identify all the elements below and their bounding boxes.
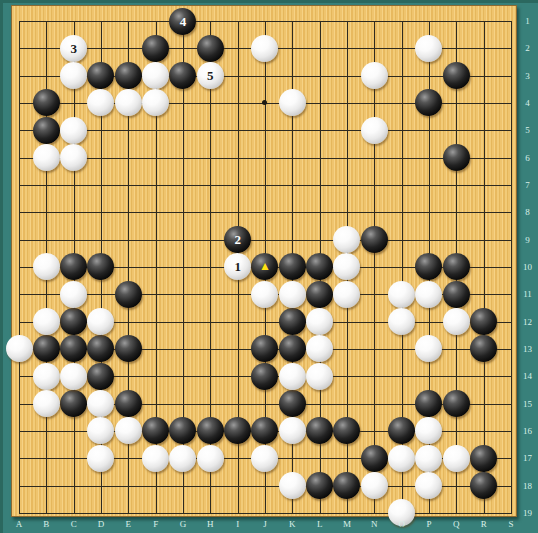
column-label-k: K (283, 519, 301, 529)
row-label-8: 8 (518, 207, 537, 217)
stone-black-e11[interactable] (115, 281, 142, 308)
stone-white-l14[interactable] (306, 363, 333, 390)
stone-white-c5[interactable] (60, 117, 87, 144)
column-label-s: S (502, 519, 520, 529)
stone-white-c14[interactable] (60, 363, 87, 390)
stone-black-b5[interactable] (33, 117, 60, 144)
column-label-o: O (393, 519, 411, 529)
stone-white-n5[interactable] (361, 117, 388, 144)
stone-black-q3[interactable] (443, 62, 470, 89)
grid-line-vertical (484, 21, 485, 514)
row-label-5: 5 (518, 125, 537, 135)
stone-black-r17[interactable] (470, 445, 497, 472)
stone-black-e15[interactable] (115, 390, 142, 417)
stone-white-q12[interactable] (443, 308, 470, 335)
stone-black-k12[interactable] (279, 308, 306, 335)
stone-white-h17[interactable] (197, 445, 224, 472)
column-label-e: E (119, 519, 137, 529)
column-label-d: D (92, 519, 110, 529)
column-label-p: P (420, 519, 438, 529)
stone-white-b6[interactable] (33, 144, 60, 171)
column-label-q: Q (447, 519, 465, 529)
column-label-r: R (475, 519, 493, 529)
row-label-6: 6 (518, 153, 537, 163)
column-label-j: J (256, 519, 274, 529)
stone-black-n17[interactable] (361, 445, 388, 472)
column-label-n: N (365, 519, 383, 529)
stone-white-a13[interactable] (6, 335, 33, 362)
frame-top-edge (0, 0, 538, 3)
stone-white-b12[interactable] (33, 308, 60, 335)
row-label-17: 17 (518, 453, 537, 463)
triangle-marker-icon: ▲ (259, 260, 271, 272)
row-label-19: 19 (518, 508, 537, 518)
column-label-a: A (10, 519, 28, 529)
row-label-13: 13 (518, 344, 537, 354)
row-label-14: 14 (518, 371, 537, 381)
stone-white-o11[interactable] (388, 281, 415, 308)
column-label-b: B (37, 519, 55, 529)
stone-black-f2[interactable] (142, 35, 169, 62)
stone-black-g1[interactable]: 4 (169, 8, 196, 35)
stone-black-n9[interactable] (361, 226, 388, 253)
stone-white-q17[interactable] (443, 445, 470, 472)
stone-black-q6[interactable] (443, 144, 470, 171)
stone-white-h3[interactable]: 5 (197, 62, 224, 89)
row-label-1: 1 (518, 16, 537, 26)
stone-white-o17[interactable] (388, 445, 415, 472)
row-label-12: 12 (518, 317, 537, 327)
column-label-i: I (229, 519, 247, 529)
row-label-4: 4 (518, 98, 537, 108)
grid-line-vertical (374, 21, 375, 514)
stone-black-q11[interactable] (443, 281, 470, 308)
row-label-16: 16 (518, 426, 537, 436)
move-number-label: 2 (234, 233, 241, 246)
grid-line-horizontal (19, 513, 512, 514)
row-label-2: 2 (518, 43, 537, 53)
stone-white-f17[interactable] (142, 445, 169, 472)
row-label-11: 11 (518, 289, 537, 299)
row-label-15: 15 (518, 399, 537, 409)
stone-white-b14[interactable] (33, 363, 60, 390)
column-label-c: C (65, 519, 83, 529)
move-number-label: 1 (234, 260, 241, 273)
stone-white-c2[interactable]: 3 (60, 35, 87, 62)
stone-white-n18[interactable] (361, 472, 388, 499)
column-label-f: F (147, 519, 165, 529)
column-label-m: M (338, 519, 356, 529)
stone-black-l11[interactable] (306, 281, 333, 308)
row-label-18: 18 (518, 481, 537, 491)
grid-line-vertical (511, 21, 512, 514)
column-label-g: G (174, 519, 192, 529)
row-label-7: 7 (518, 180, 537, 190)
stone-white-k18[interactable] (279, 472, 306, 499)
row-label-3: 3 (518, 71, 537, 81)
frame-left-edge (0, 0, 3, 533)
move-number-label: 5 (207, 69, 214, 82)
stone-white-k14[interactable] (279, 363, 306, 390)
column-label-l: L (311, 519, 329, 529)
row-label-10: 10 (518, 262, 537, 272)
stone-white-b15[interactable] (33, 390, 60, 417)
row-label-9: 9 (518, 235, 537, 245)
stone-black-h2[interactable] (197, 35, 224, 62)
column-label-h: H (201, 519, 219, 529)
go-app-window: 42▲351ABCDEFGHIJKLMNOPQRS123456789101112… (0, 0, 538, 533)
stone-white-n3[interactable] (361, 62, 388, 89)
stone-black-q15[interactable] (443, 390, 470, 417)
move-number-label: 3 (70, 42, 77, 55)
stone-black-e3[interactable] (115, 62, 142, 89)
move-number-label: 4 (180, 15, 187, 28)
stone-black-k15[interactable] (279, 390, 306, 417)
stone-white-k11[interactable] (279, 281, 306, 308)
stone-white-c11[interactable] (60, 281, 87, 308)
